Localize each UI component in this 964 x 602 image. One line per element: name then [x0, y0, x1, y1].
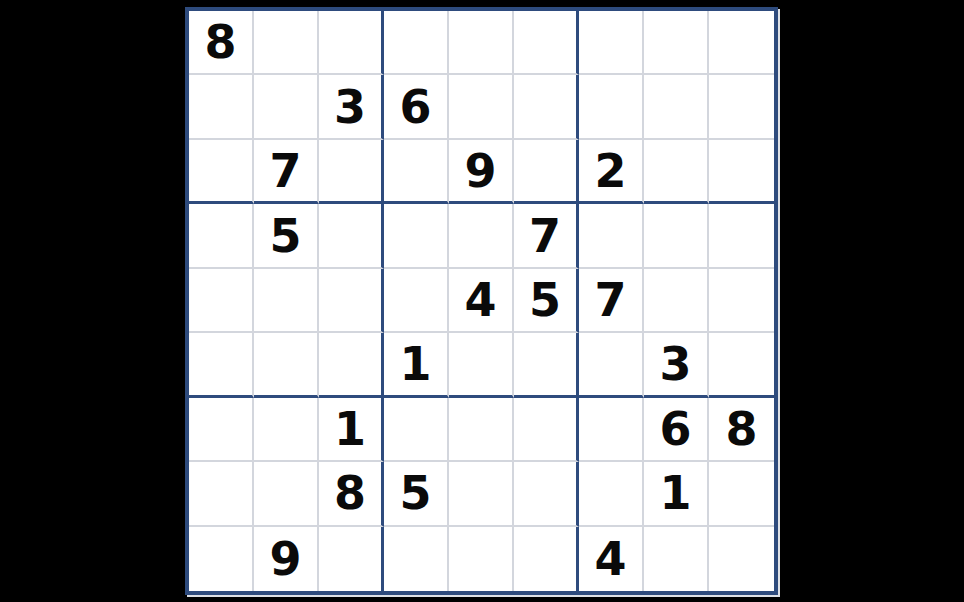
sudoku-cell-r2c3[interactable]: 3	[319, 75, 384, 139]
sudoku-cell-r1c4[interactable]	[384, 11, 449, 75]
sudoku-cell-r9c2[interactable]: 9	[254, 527, 319, 591]
sudoku-cell-r7c6[interactable]	[514, 398, 579, 462]
page-background: 836792574571316885194	[0, 0, 964, 602]
sudoku-cell-r2c1[interactable]	[189, 75, 254, 139]
sudoku-cell-r1c1[interactable]: 8	[189, 11, 254, 75]
sudoku-cell-r3c2[interactable]: 7	[254, 140, 319, 204]
sudoku-cell-r4c7[interactable]	[579, 204, 644, 268]
sudoku-cell-r1c5[interactable]	[449, 11, 514, 75]
sudoku-cell-r6c7[interactable]	[579, 333, 644, 397]
sudoku-cell-r8c4[interactable]: 5	[384, 462, 449, 526]
given-digit: 9	[464, 148, 496, 194]
sudoku-cell-r3c1[interactable]	[189, 140, 254, 204]
sudoku-cell-r5c7[interactable]: 7	[579, 269, 644, 333]
sudoku-cell-r6c5[interactable]	[449, 333, 514, 397]
sudoku-cell-r5c4[interactable]	[384, 269, 449, 333]
sudoku-cell-r2c7[interactable]	[579, 75, 644, 139]
sudoku-cell-r7c5[interactable]	[449, 398, 514, 462]
sudoku-cell-r7c9[interactable]: 8	[709, 398, 774, 462]
sudoku-cell-r9c8[interactable]	[644, 527, 709, 591]
sudoku-cell-r6c1[interactable]	[189, 333, 254, 397]
sudoku-cell-r7c8[interactable]: 6	[644, 398, 709, 462]
given-digit: 5	[529, 277, 561, 323]
sudoku-cell-r5c8[interactable]	[644, 269, 709, 333]
sudoku-cell-r4c2[interactable]: 5	[254, 204, 319, 268]
sudoku-cell-r5c9[interactable]	[709, 269, 774, 333]
sudoku-cell-r6c8[interactable]: 3	[644, 333, 709, 397]
given-digit: 6	[659, 406, 691, 452]
given-digit: 7	[529, 213, 561, 259]
sudoku-cell-r3c4[interactable]	[384, 140, 449, 204]
sudoku-cell-r3c5[interactable]: 9	[449, 140, 514, 204]
given-digit: 8	[204, 19, 236, 65]
sudoku-cell-r4c8[interactable]	[644, 204, 709, 268]
given-digit: 4	[464, 277, 496, 323]
sudoku-cell-r5c2[interactable]	[254, 269, 319, 333]
given-digit: 2	[594, 148, 626, 194]
sudoku-cell-r5c5[interactable]: 4	[449, 269, 514, 333]
given-digit: 3	[334, 84, 366, 130]
given-digit: 7	[269, 148, 301, 194]
sudoku-cell-r4c3[interactable]	[319, 204, 384, 268]
sudoku-cell-r9c4[interactable]	[384, 527, 449, 591]
given-digit: 1	[659, 470, 691, 516]
given-digit: 8	[334, 470, 366, 516]
sudoku-cell-r2c2[interactable]	[254, 75, 319, 139]
sudoku-cell-r7c2[interactable]	[254, 398, 319, 462]
sudoku-cell-r5c6[interactable]: 5	[514, 269, 579, 333]
sudoku-cell-r8c1[interactable]	[189, 462, 254, 526]
sudoku-board: 836792574571316885194	[185, 7, 778, 595]
sudoku-cell-r1c2[interactable]	[254, 11, 319, 75]
sudoku-cell-r1c3[interactable]	[319, 11, 384, 75]
sudoku-cell-r8c9[interactable]	[709, 462, 774, 526]
given-digit: 5	[269, 213, 301, 259]
sudoku-cell-r8c5[interactable]	[449, 462, 514, 526]
sudoku-cell-r8c2[interactable]	[254, 462, 319, 526]
sudoku-cell-r5c3[interactable]	[319, 269, 384, 333]
sudoku-cell-r7c4[interactable]	[384, 398, 449, 462]
sudoku-cell-r6c3[interactable]	[319, 333, 384, 397]
sudoku-cell-r2c4[interactable]: 6	[384, 75, 449, 139]
sudoku-cell-r7c3[interactable]: 1	[319, 398, 384, 462]
sudoku-cell-r4c5[interactable]	[449, 204, 514, 268]
sudoku-cell-r2c6[interactable]	[514, 75, 579, 139]
given-digit: 3	[659, 341, 691, 387]
sudoku-cell-r2c9[interactable]	[709, 75, 774, 139]
sudoku-cell-r2c5[interactable]	[449, 75, 514, 139]
sudoku-cell-r9c1[interactable]	[189, 527, 254, 591]
sudoku-cell-r3c9[interactable]	[709, 140, 774, 204]
sudoku-cell-r6c4[interactable]: 1	[384, 333, 449, 397]
sudoku-cell-r1c6[interactable]	[514, 11, 579, 75]
given-digit: 4	[594, 536, 626, 582]
sudoku-cell-r1c9[interactable]	[709, 11, 774, 75]
given-digit: 1	[399, 341, 431, 387]
sudoku-cell-r6c6[interactable]	[514, 333, 579, 397]
sudoku-cell-r1c8[interactable]	[644, 11, 709, 75]
sudoku-cell-r8c6[interactable]	[514, 462, 579, 526]
sudoku-cell-r9c7[interactable]: 4	[579, 527, 644, 591]
sudoku-cell-r3c8[interactable]	[644, 140, 709, 204]
given-digit: 6	[399, 84, 431, 130]
sudoku-cell-r9c3[interactable]	[319, 527, 384, 591]
sudoku-cell-r2c8[interactable]	[644, 75, 709, 139]
sudoku-cell-r9c6[interactable]	[514, 527, 579, 591]
sudoku-cell-r4c1[interactable]	[189, 204, 254, 268]
sudoku-cell-r6c9[interactable]	[709, 333, 774, 397]
sudoku-cell-r1c7[interactable]	[579, 11, 644, 75]
given-digit: 1	[334, 406, 366, 452]
sudoku-cell-r8c8[interactable]: 1	[644, 462, 709, 526]
given-digit: 5	[399, 470, 431, 516]
sudoku-cell-r4c4[interactable]	[384, 204, 449, 268]
given-digit: 9	[269, 536, 301, 582]
sudoku-cell-r4c9[interactable]	[709, 204, 774, 268]
sudoku-cell-r5c1[interactable]	[189, 269, 254, 333]
given-digit: 8	[725, 406, 757, 452]
sudoku-cell-r4c6[interactable]: 7	[514, 204, 579, 268]
sudoku-cell-r9c9[interactable]	[709, 527, 774, 591]
sudoku-cell-r3c7[interactable]: 2	[579, 140, 644, 204]
sudoku-cell-r6c2[interactable]	[254, 333, 319, 397]
sudoku-cell-r7c7[interactable]	[579, 398, 644, 462]
sudoku-cell-r7c1[interactable]	[189, 398, 254, 462]
sudoku-cell-r3c3[interactable]	[319, 140, 384, 204]
given-digit: 7	[594, 277, 626, 323]
sudoku-cell-r8c7[interactable]	[579, 462, 644, 526]
sudoku-cell-r9c5[interactable]	[449, 527, 514, 591]
sudoku-cell-r3c6[interactable]	[514, 140, 579, 204]
sudoku-cell-r8c3[interactable]: 8	[319, 462, 384, 526]
